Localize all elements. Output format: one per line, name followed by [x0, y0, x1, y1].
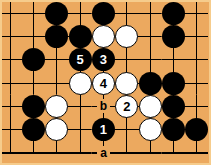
point-col8-row5 — [162, 95, 185, 118]
point-col7-row3 — [138, 48, 161, 71]
go-diagram: 534b21a — [0, 0, 211, 165]
point-col6-row6 — [115, 118, 138, 141]
black-stone-move-5: 5 — [69, 48, 92, 71]
point-col9-row6 — [185, 118, 208, 141]
black-stone-move-1: 1 — [92, 118, 115, 141]
point-col4-row6 — [68, 118, 91, 141]
point-col3-row2 — [45, 25, 68, 48]
point-label-a: a — [97, 146, 110, 160]
point-col2-row7 — [22, 141, 45, 163]
point-col2-row1 — [22, 2, 45, 25]
point-col5-row6: 1 — [92, 118, 115, 141]
black-stone — [22, 95, 45, 118]
point-col8-row4 — [162, 71, 185, 94]
point-col3-row4 — [45, 71, 68, 94]
point-col3-row6 — [45, 118, 68, 141]
point-col9-row7 — [185, 141, 208, 163]
point-col5-row7: a — [92, 141, 115, 163]
point-col6-row5: 2 — [115, 95, 138, 118]
point-col2-row6 — [22, 118, 45, 141]
point-col9-row1 — [185, 2, 208, 25]
point-col6-row7 — [115, 141, 138, 163]
black-stone — [162, 118, 185, 141]
point-col4-row7 — [68, 141, 91, 163]
point-col3-row3 — [45, 48, 68, 71]
black-stone — [22, 118, 45, 141]
point-col7-row1 — [138, 2, 161, 25]
point-col7-row6 — [138, 118, 161, 141]
point-col7-row4 — [138, 71, 161, 94]
black-stone — [69, 25, 92, 48]
point-col8-row3 — [162, 48, 185, 71]
black-stone — [22, 48, 45, 71]
board-grid: 534b21a — [2, 2, 208, 163]
point-col4-row2 — [68, 25, 91, 48]
point-col1-row6 — [2, 118, 22, 141]
black-stone — [45, 2, 68, 25]
point-label-b: b — [97, 99, 110, 113]
point-col7-row5 — [138, 95, 161, 118]
point-col1-row3 — [2, 48, 22, 71]
point-col8-row6 — [162, 118, 185, 141]
point-col9-row2 — [185, 25, 208, 48]
black-stone — [162, 2, 185, 25]
go-board: 534b21a — [2, 2, 209, 163]
white-stone — [45, 118, 68, 141]
point-col1-row4 — [2, 71, 22, 94]
point-col6-row2 — [115, 25, 138, 48]
point-col1-row5 — [2, 95, 22, 118]
point-col2-row5 — [22, 95, 45, 118]
point-col6-row4 — [115, 71, 138, 94]
point-col8-row1 — [162, 2, 185, 25]
point-col3-row7 — [45, 141, 68, 163]
point-col1-row1 — [2, 2, 22, 25]
point-col2-row2 — [22, 25, 45, 48]
white-stone-move-2: 2 — [115, 95, 138, 118]
point-col4-row5 — [68, 95, 91, 118]
black-stone — [162, 95, 185, 118]
point-col9-row3 — [185, 48, 208, 71]
point-col9-row5 — [185, 95, 208, 118]
black-stone-move-3: 3 — [92, 48, 115, 71]
point-col9-row4 — [185, 71, 208, 94]
black-stone — [92, 2, 115, 25]
point-col3-row5 — [45, 95, 68, 118]
white-stone — [115, 72, 138, 95]
point-col2-row3 — [22, 48, 45, 71]
point-col1-row2 — [2, 25, 22, 48]
white-stone-move-4: 4 — [92, 72, 115, 95]
white-stone — [139, 118, 162, 141]
white-stone — [69, 72, 92, 95]
point-col5-row3: 3 — [92, 48, 115, 71]
point-col5-row4: 4 — [92, 71, 115, 94]
point-col1-row7 — [2, 141, 22, 163]
point-col2-row4 — [22, 71, 45, 94]
point-col8-row7 — [162, 141, 185, 163]
white-stone — [115, 25, 138, 48]
white-stone — [139, 95, 162, 118]
black-stone — [185, 118, 208, 141]
point-col5-row5: b — [92, 95, 115, 118]
black-stone — [162, 25, 185, 48]
point-col3-row1 — [45, 2, 68, 25]
black-stone — [45, 25, 68, 48]
point-col5-row1 — [92, 2, 115, 25]
point-col6-row1 — [115, 2, 138, 25]
black-stone — [162, 72, 185, 95]
point-col6-row3 — [115, 48, 138, 71]
black-stone — [139, 72, 162, 95]
point-col4-row3: 5 — [68, 48, 91, 71]
point-col7-row2 — [138, 25, 161, 48]
white-stone — [45, 95, 68, 118]
point-col8-row2 — [162, 25, 185, 48]
white-stone — [92, 25, 115, 48]
point-col7-row7 — [138, 141, 161, 163]
point-col4-row4 — [68, 71, 91, 94]
point-col5-row2 — [92, 25, 115, 48]
point-col4-row1 — [68, 2, 91, 25]
